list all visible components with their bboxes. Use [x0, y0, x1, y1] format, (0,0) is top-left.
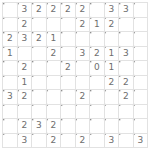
- empty-cell-r3c9[interactable]: [119, 32, 134, 47]
- empty-cell-r3c10[interactable]: [134, 32, 149, 47]
- clue-cell-r2c2[interactable]: 2: [18, 18, 33, 33]
- empty-cell-r3c6[interactable]: [76, 32, 91, 47]
- empty-cell-r9c10[interactable]: [134, 119, 149, 134]
- empty-cell-r6c10[interactable]: [134, 76, 149, 91]
- empty-cell-r2c5[interactable]: [61, 18, 76, 33]
- clue-cell-r2c7[interactable]: 1: [90, 18, 105, 33]
- clue-cell-r3c3[interactable]: 2: [32, 32, 47, 47]
- clue-cell-r1c5[interactable]: 2: [61, 3, 76, 18]
- clue-cell-r10c8[interactable]: 3: [105, 134, 120, 149]
- empty-cell-r5c1[interactable]: [3, 61, 18, 76]
- clue-cell-r10c2[interactable]: 3: [18, 134, 33, 149]
- clue-cell-r10c10[interactable]: 3: [134, 134, 149, 149]
- clue-cell-r4c6[interactable]: 3: [76, 47, 91, 62]
- empty-cell-r9c7[interactable]: [90, 119, 105, 134]
- empty-cell-r6c5[interactable]: [61, 76, 76, 91]
- empty-cell-r5c6[interactable]: [76, 61, 91, 76]
- empty-cell-r7c7[interactable]: [90, 90, 105, 105]
- clue-cell-r3c4[interactable]: 1: [47, 32, 62, 47]
- empty-cell-r6c7[interactable]: [90, 76, 105, 91]
- empty-cell-r1c7[interactable]: [90, 3, 105, 18]
- empty-cell-r9c8[interactable]: [105, 119, 120, 134]
- empty-cell-r6c6[interactable]: [76, 76, 91, 91]
- clue-cell-r3c2[interactable]: 3: [18, 32, 33, 47]
- empty-cell-r6c3[interactable]: [32, 76, 47, 91]
- empty-cell-r1c10[interactable]: [134, 3, 149, 18]
- clue-cell-r5c7[interactable]: 0: [90, 61, 105, 76]
- clue-cell-r4c1[interactable]: 1: [3, 47, 18, 62]
- empty-cell-r9c9[interactable]: [119, 119, 134, 134]
- empty-cell-r5c3[interactable]: [32, 61, 47, 76]
- empty-cell-r7c8[interactable]: [105, 90, 120, 105]
- clue-cell-r2c6[interactable]: 2: [76, 18, 91, 33]
- empty-cell-r4c5[interactable]: [61, 47, 76, 62]
- clue-cell-r2c8[interactable]: 2: [105, 18, 120, 33]
- empty-cell-r8c6[interactable]: [76, 105, 91, 120]
- empty-cell-r5c4[interactable]: [47, 61, 62, 76]
- empty-cell-r3c8[interactable]: [105, 32, 120, 47]
- empty-cell-r10c3[interactable]: [32, 134, 47, 149]
- empty-cell-r1c1[interactable]: [3, 3, 18, 18]
- clue-cell-r5c8[interactable]: 1: [105, 61, 120, 76]
- clue-cell-r1c9[interactable]: 3: [119, 3, 134, 18]
- empty-cell-r7c10[interactable]: [134, 90, 149, 105]
- empty-cell-r2c1[interactable]: [3, 18, 18, 33]
- empty-cell-r8c7[interactable]: [90, 105, 105, 120]
- empty-cell-r8c4[interactable]: [47, 105, 62, 120]
- empty-cell-r2c4[interactable]: [47, 18, 62, 33]
- empty-cell-r6c4[interactable]: [47, 76, 62, 91]
- clue-cell-r1c6[interactable]: 2: [76, 3, 91, 18]
- clue-cell-r4c4[interactable]: 2: [47, 47, 62, 62]
- empty-cell-r7c4[interactable]: [47, 90, 62, 105]
- clue-cell-r9c4[interactable]: 2: [47, 119, 62, 134]
- empty-cell-r3c5[interactable]: [61, 32, 76, 47]
- empty-cell-r10c7[interactable]: [90, 134, 105, 149]
- empty-cell-r7c3[interactable]: [32, 90, 47, 105]
- clue-cell-r5c5[interactable]: 2: [61, 61, 76, 76]
- clue-cell-r3c1[interactable]: 2: [3, 32, 18, 47]
- clue-cell-r1c8[interactable]: 3: [105, 3, 120, 18]
- empty-cell-r10c9[interactable]: [119, 134, 134, 149]
- empty-cell-r8c10[interactable]: [134, 105, 149, 120]
- slitherlink-board: 3222233221223211232132201122322223232233: [2, 2, 148, 148]
- empty-cell-r2c9[interactable]: [119, 18, 134, 33]
- clue-cell-r6c9[interactable]: 2: [119, 76, 134, 91]
- empty-cell-r8c5[interactable]: [61, 105, 76, 120]
- clue-cell-r5c2[interactable]: 2: [18, 61, 33, 76]
- clue-cell-r6c8[interactable]: 2: [105, 76, 120, 91]
- clue-cell-r7c2[interactable]: 2: [18, 90, 33, 105]
- empty-cell-r9c5[interactable]: [61, 119, 76, 134]
- empty-cell-r9c1[interactable]: [3, 119, 18, 134]
- clue-cell-r9c3[interactable]: 3: [32, 119, 47, 134]
- empty-cell-r8c8[interactable]: [105, 105, 120, 120]
- empty-cell-r9c6[interactable]: [76, 119, 91, 134]
- empty-cell-r5c10[interactable]: [134, 61, 149, 76]
- empty-cell-r6c1[interactable]: [3, 76, 18, 91]
- clue-cell-r10c6[interactable]: 2: [76, 134, 91, 149]
- empty-cell-r8c2[interactable]: [18, 105, 33, 120]
- empty-cell-r10c1[interactable]: [3, 134, 18, 149]
- clue-cell-r4c8[interactable]: 1: [105, 47, 120, 62]
- clue-cell-r7c6[interactable]: 2: [76, 90, 91, 105]
- clue-cell-r9c2[interactable]: 2: [18, 119, 33, 134]
- clue-cell-r1c3[interactable]: 2: [32, 3, 47, 18]
- empty-cell-r8c9[interactable]: [119, 105, 134, 120]
- clue-cell-r1c4[interactable]: 2: [47, 3, 62, 18]
- clue-cell-r4c7[interactable]: 2: [90, 47, 105, 62]
- clue-cell-r1c2[interactable]: 3: [18, 3, 33, 18]
- empty-cell-r7c5[interactable]: [61, 90, 76, 105]
- empty-cell-r4c10[interactable]: [134, 47, 149, 62]
- clue-cell-r6c2[interactable]: 1: [18, 76, 33, 91]
- empty-cell-r8c3[interactable]: [32, 105, 47, 120]
- empty-cell-r10c5[interactable]: [61, 134, 76, 149]
- empty-cell-r3c7[interactable]: [90, 32, 105, 47]
- clue-cell-r7c9[interactable]: 2: [119, 90, 134, 105]
- empty-cell-r8c1[interactable]: [3, 105, 18, 120]
- empty-cell-r5c9[interactable]: [119, 61, 134, 76]
- empty-cell-r4c3[interactable]: [32, 47, 47, 62]
- empty-cell-r2c10[interactable]: [134, 18, 149, 33]
- clue-cell-r10c4[interactable]: 2: [47, 134, 62, 149]
- empty-cell-r2c3[interactable]: [32, 18, 47, 33]
- clue-cell-r7c1[interactable]: 3: [3, 90, 18, 105]
- empty-cell-r4c2[interactable]: [18, 47, 33, 62]
- clue-cell-r4c9[interactable]: 3: [119, 47, 134, 62]
